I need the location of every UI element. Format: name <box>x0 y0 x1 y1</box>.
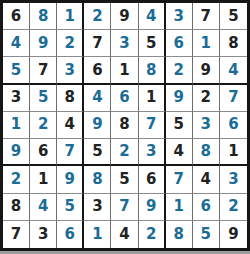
cell-r8c3[interactable]: 5 <box>57 194 84 221</box>
cell-r3c5[interactable]: 1 <box>111 57 138 84</box>
cell-r1c5[interactable]: 9 <box>111 3 138 30</box>
cell-r7c4[interactable]: 8 <box>84 166 111 193</box>
cell-r4c2[interactable]: 5 <box>30 85 57 112</box>
cell-r7c3[interactable]: 9 <box>57 166 84 193</box>
cell-r4c6[interactable]: 1 <box>139 85 166 112</box>
cell-r1c8[interactable]: 7 <box>193 3 220 30</box>
cell-r5c4[interactable]: 9 <box>84 112 111 139</box>
cell-r2c8[interactable]: 1 <box>193 30 220 57</box>
sudoku-board: 6812943754927356185736182943584619271249… <box>0 0 250 251</box>
cell-r6c4[interactable]: 5 <box>84 139 111 166</box>
cell-r3c4[interactable]: 6 <box>84 57 111 84</box>
cell-r6c9[interactable]: 1 <box>220 139 247 166</box>
cell-r1c7[interactable]: 3 <box>166 3 193 30</box>
cell-r6c5[interactable]: 2 <box>111 139 138 166</box>
cell-r2c9[interactable]: 8 <box>220 30 247 57</box>
cell-r4c4[interactable]: 4 <box>84 85 111 112</box>
cell-r6c2[interactable]: 6 <box>30 139 57 166</box>
cell-r1c9[interactable]: 5 <box>220 3 247 30</box>
cell-r4c1[interactable]: 3 <box>3 85 30 112</box>
cell-r2c3[interactable]: 2 <box>57 30 84 57</box>
cell-r7c2[interactable]: 1 <box>30 166 57 193</box>
cell-r1c6[interactable]: 4 <box>139 3 166 30</box>
cell-r4c9[interactable]: 7 <box>220 85 247 112</box>
cell-r4c5[interactable]: 6 <box>111 85 138 112</box>
cell-r8c5[interactable]: 7 <box>111 194 138 221</box>
cell-r6c1[interactable]: 9 <box>3 139 30 166</box>
cell-r8c2[interactable]: 4 <box>30 194 57 221</box>
sudoku-board-wrapper: 6812943754927356185736182943584619271249… <box>0 0 250 254</box>
cell-r7c6[interactable]: 6 <box>139 166 166 193</box>
cell-r6c6[interactable]: 3 <box>139 139 166 166</box>
cell-r9c2[interactable]: 3 <box>30 221 57 248</box>
cell-r5c5[interactable]: 8 <box>111 112 138 139</box>
cell-r9c9[interactable]: 9 <box>220 221 247 248</box>
cell-r8c6[interactable]: 9 <box>139 194 166 221</box>
cell-r5c1[interactable]: 1 <box>3 112 30 139</box>
cell-r9c4[interactable]: 1 <box>84 221 111 248</box>
cell-r3c3[interactable]: 3 <box>57 57 84 84</box>
cell-r2c1[interactable]: 4 <box>3 30 30 57</box>
cell-r9c1[interactable]: 7 <box>3 221 30 248</box>
cell-r3c7[interactable]: 2 <box>166 57 193 84</box>
cell-r8c4[interactable]: 3 <box>84 194 111 221</box>
cell-r3c2[interactable]: 7 <box>30 57 57 84</box>
cell-r1c4[interactable]: 2 <box>84 3 111 30</box>
cell-r5c8[interactable]: 3 <box>193 112 220 139</box>
cell-r5c3[interactable]: 4 <box>57 112 84 139</box>
cell-r5c6[interactable]: 7 <box>139 112 166 139</box>
cell-r3c6[interactable]: 8 <box>139 57 166 84</box>
cell-r1c3[interactable]: 1 <box>57 3 84 30</box>
cell-r2c6[interactable]: 5 <box>139 30 166 57</box>
cell-r9c3[interactable]: 6 <box>57 221 84 248</box>
cell-r5c2[interactable]: 2 <box>30 112 57 139</box>
cell-r9c7[interactable]: 8 <box>166 221 193 248</box>
cell-r1c2[interactable]: 8 <box>30 3 57 30</box>
cell-r7c1[interactable]: 2 <box>3 166 30 193</box>
cell-r6c8[interactable]: 8 <box>193 139 220 166</box>
cell-r7c9[interactable]: 3 <box>220 166 247 193</box>
cell-r6c7[interactable]: 4 <box>166 139 193 166</box>
cell-r1c1[interactable]: 6 <box>3 3 30 30</box>
cell-r2c5[interactable]: 3 <box>111 30 138 57</box>
cell-r7c7[interactable]: 7 <box>166 166 193 193</box>
cell-r4c8[interactable]: 2 <box>193 85 220 112</box>
cell-r2c2[interactable]: 9 <box>30 30 57 57</box>
cell-r2c4[interactable]: 7 <box>84 30 111 57</box>
cell-r4c3[interactable]: 8 <box>57 85 84 112</box>
cell-r5c7[interactable]: 5 <box>166 112 193 139</box>
cell-r3c9[interactable]: 4 <box>220 57 247 84</box>
cell-r7c5[interactable]: 5 <box>111 166 138 193</box>
cell-r8c1[interactable]: 8 <box>3 194 30 221</box>
cell-r3c8[interactable]: 9 <box>193 57 220 84</box>
cell-r9c6[interactable]: 2 <box>139 221 166 248</box>
cell-r8c9[interactable]: 2 <box>220 194 247 221</box>
cell-r6c3[interactable]: 7 <box>57 139 84 166</box>
cell-r3c1[interactable]: 5 <box>3 57 30 84</box>
cell-r8c8[interactable]: 6 <box>193 194 220 221</box>
cell-r9c5[interactable]: 4 <box>111 221 138 248</box>
cell-r8c7[interactable]: 1 <box>166 194 193 221</box>
cell-r2c7[interactable]: 6 <box>166 30 193 57</box>
cell-r7c8[interactable]: 4 <box>193 166 220 193</box>
cell-r9c8[interactable]: 5 <box>193 221 220 248</box>
cell-r5c9[interactable]: 6 <box>220 112 247 139</box>
cell-r4c7[interactable]: 9 <box>166 85 193 112</box>
